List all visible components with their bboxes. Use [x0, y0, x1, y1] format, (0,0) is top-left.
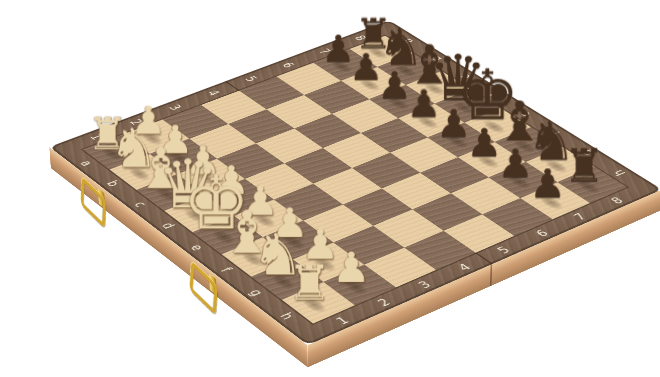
chess-board: abcdefgh abcdefgh 87654321 87654321 ♜♞♝♛…	[49, 20, 660, 345]
fold-seam-side	[490, 264, 492, 286]
board-grid: ♜♞♝♛♚♝♞♜♟♟♟♟♟♟♟♟♟♟♟♟♟♟♟♟♜♞♝♛♚♝♞♜	[83, 36, 627, 324]
chess-set-photo: abcdefgh abcdefgh 87654321 87654321 ♜♞♝♛…	[0, 0, 660, 377]
white-rook-h1: ♜	[258, 258, 360, 306]
black-pawn-h7: ♟	[499, 164, 596, 204]
